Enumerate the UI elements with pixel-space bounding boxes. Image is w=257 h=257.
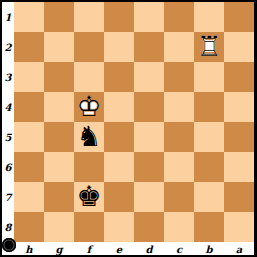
square-d2[interactable] bbox=[134, 32, 164, 62]
square-e7[interactable] bbox=[104, 182, 134, 212]
black-knight-fill: ♞ bbox=[74, 122, 104, 152]
square-c7[interactable] bbox=[164, 182, 194, 212]
piece-black-king[interactable]: ♚ bbox=[74, 182, 104, 212]
square-g1[interactable] bbox=[44, 2, 74, 32]
square-d4[interactable] bbox=[134, 92, 164, 122]
black-to-move-indicator bbox=[2, 238, 16, 252]
square-b5[interactable] bbox=[194, 122, 224, 152]
file-label-g: g bbox=[44, 242, 74, 255]
square-a1[interactable] bbox=[224, 2, 254, 32]
black-king-fill: ♚ bbox=[74, 182, 104, 212]
square-b8[interactable] bbox=[194, 212, 224, 242]
square-f3[interactable] bbox=[74, 62, 104, 92]
square-e2[interactable] bbox=[104, 32, 134, 62]
square-a3[interactable] bbox=[224, 62, 254, 92]
square-a5[interactable] bbox=[224, 122, 254, 152]
square-a8[interactable] bbox=[224, 212, 254, 242]
square-f6[interactable] bbox=[74, 152, 104, 182]
square-c8[interactable] bbox=[164, 212, 194, 242]
square-b3[interactable] bbox=[194, 62, 224, 92]
square-f5[interactable]: ♞ bbox=[74, 122, 104, 152]
square-c4[interactable] bbox=[164, 92, 194, 122]
piece-white-rook[interactable]: ♜♖ bbox=[194, 32, 224, 62]
piece-black-knight[interactable]: ♞ bbox=[74, 122, 104, 152]
square-f7[interactable]: ♚ bbox=[74, 182, 104, 212]
square-h4[interactable] bbox=[14, 92, 44, 122]
square-g8[interactable] bbox=[44, 212, 74, 242]
square-f8[interactable] bbox=[74, 212, 104, 242]
rank-label-3: 3 bbox=[2, 62, 14, 92]
square-b6[interactable] bbox=[194, 152, 224, 182]
file-label-c: c bbox=[164, 242, 194, 255]
square-b2[interactable]: ♜♖ bbox=[194, 32, 224, 62]
square-d6[interactable] bbox=[134, 152, 164, 182]
diagram-inner: 12345678 ♜♖♚♔♞♚ hgfedcba bbox=[2, 2, 254, 255]
square-e4[interactable] bbox=[104, 92, 134, 122]
rank-label-1: 1 bbox=[2, 2, 14, 32]
square-g5[interactable] bbox=[44, 122, 74, 152]
square-c6[interactable] bbox=[164, 152, 194, 182]
square-d7[interactable] bbox=[134, 182, 164, 212]
square-d3[interactable] bbox=[134, 62, 164, 92]
rank-label-4: 4 bbox=[2, 92, 14, 122]
square-h7[interactable] bbox=[14, 182, 44, 212]
square-c3[interactable] bbox=[164, 62, 194, 92]
square-c1[interactable] bbox=[164, 2, 194, 32]
square-g7[interactable] bbox=[44, 182, 74, 212]
square-f1[interactable] bbox=[74, 2, 104, 32]
rank-labels: 12345678 bbox=[2, 2, 14, 242]
square-f2[interactable] bbox=[74, 32, 104, 62]
square-e8[interactable] bbox=[104, 212, 134, 242]
rank-label-2: 2 bbox=[2, 32, 14, 62]
square-h2[interactable] bbox=[14, 32, 44, 62]
square-a7[interactable] bbox=[224, 182, 254, 212]
square-e5[interactable] bbox=[104, 122, 134, 152]
square-e6[interactable] bbox=[104, 152, 134, 182]
square-g6[interactable] bbox=[44, 152, 74, 182]
square-d1[interactable] bbox=[134, 2, 164, 32]
square-h8[interactable] bbox=[14, 212, 44, 242]
file-label-b: b bbox=[194, 242, 224, 255]
white-king-outline: ♔ bbox=[74, 92, 104, 122]
rank-label-6: 6 bbox=[2, 152, 14, 182]
file-label-d: d bbox=[134, 242, 164, 255]
square-h3[interactable] bbox=[14, 62, 44, 92]
square-c5[interactable] bbox=[164, 122, 194, 152]
square-b1[interactable] bbox=[194, 2, 224, 32]
file-label-a: a bbox=[224, 242, 254, 255]
square-b4[interactable] bbox=[194, 92, 224, 122]
square-b7[interactable] bbox=[194, 182, 224, 212]
square-a6[interactable] bbox=[224, 152, 254, 182]
square-g2[interactable] bbox=[44, 32, 74, 62]
square-a2[interactable] bbox=[224, 32, 254, 62]
square-h1[interactable] bbox=[14, 2, 44, 32]
square-e1[interactable] bbox=[104, 2, 134, 32]
rank-label-5: 5 bbox=[2, 122, 14, 152]
chess-board: ♜♖♚♔♞♚ bbox=[14, 2, 254, 242]
square-d8[interactable] bbox=[134, 212, 164, 242]
file-label-e: e bbox=[104, 242, 134, 255]
square-g4[interactable] bbox=[44, 92, 74, 122]
square-d5[interactable] bbox=[134, 122, 164, 152]
square-a4[interactable] bbox=[224, 92, 254, 122]
square-g3[interactable] bbox=[44, 62, 74, 92]
square-h5[interactable] bbox=[14, 122, 44, 152]
piece-white-king[interactable]: ♚♔ bbox=[74, 92, 104, 122]
square-h6[interactable] bbox=[14, 152, 44, 182]
square-c2[interactable] bbox=[164, 32, 194, 62]
file-label-f: f bbox=[74, 242, 104, 255]
square-f4[interactable]: ♚♔ bbox=[74, 92, 104, 122]
white-rook-outline: ♖ bbox=[194, 32, 224, 62]
chess-diagram: 12345678 ♜♖♚♔♞♚ hgfedcba bbox=[0, 0, 257, 257]
square-e3[interactable] bbox=[104, 62, 134, 92]
rank-label-7: 7 bbox=[2, 182, 14, 212]
file-labels: hgfedcba bbox=[14, 242, 254, 255]
file-label-h: h bbox=[14, 242, 44, 255]
